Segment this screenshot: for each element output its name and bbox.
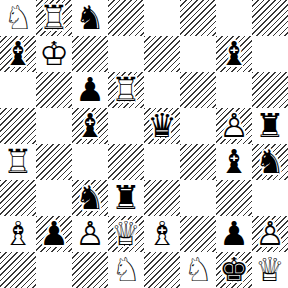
black-bishop-a7: ♝♝ [0,36,36,72]
square-b8[interactable]: ♜♖ [36,0,72,36]
white-queen-h1: ♛♕ [252,252,288,288]
piece-halo: ♝ [144,216,180,252]
square-d1[interactable]: ♞♘ [108,252,144,288]
white-knight-f1: ♞♘ [180,252,216,288]
piece-glyph: ♜ [252,108,288,144]
square-e1[interactable] [144,252,180,288]
square-g5[interactable]: ♟♙ [216,108,252,144]
piece-glyph: ♞ [252,144,288,180]
white-pawn-c2: ♟♙ [72,216,108,252]
piece-halo: ♜ [0,144,36,180]
square-h1[interactable]: ♛♕ [252,252,288,288]
square-c4[interactable] [72,144,108,180]
square-c2[interactable]: ♟♙ [72,216,108,252]
piece-glyph: ♝ [216,144,252,180]
black-knight-c3: ♞♞ [72,180,108,216]
square-e2[interactable]: ♝♗ [144,216,180,252]
square-a3[interactable] [0,180,36,216]
square-f2[interactable] [180,216,216,252]
square-g2[interactable]: ♟♟ [216,216,252,252]
piece-halo: ♝ [216,36,252,72]
square-d4[interactable] [108,144,144,180]
piece-halo: ♛ [252,252,288,288]
white-pawn-h2: ♟♙ [252,216,288,252]
square-d5[interactable] [108,108,144,144]
piece-halo: ♟ [36,216,72,252]
square-b3[interactable] [36,180,72,216]
square-d2[interactable]: ♛♕ [108,216,144,252]
black-king-g1: ♚♚ [216,252,252,288]
piece-halo: ♟ [72,216,108,252]
square-e8[interactable] [144,0,180,36]
square-b7[interactable]: ♚♔ [36,36,72,72]
piece-halo: ♚ [216,252,252,288]
black-pawn-c6: ♟♟ [72,72,108,108]
piece-glyph: ♖ [0,144,36,180]
square-h3[interactable] [252,180,288,216]
square-g4[interactable]: ♝♝ [216,144,252,180]
piece-halo: ♟ [216,108,252,144]
square-f4[interactable] [180,144,216,180]
square-h2[interactable]: ♟♙ [252,216,288,252]
piece-halo: ♛ [144,108,180,144]
square-d7[interactable] [108,36,144,72]
black-pawn-g2: ♟♟ [216,216,252,252]
square-g7[interactable]: ♝♝ [216,36,252,72]
piece-halo: ♞ [72,0,108,36]
square-c1[interactable] [72,252,108,288]
black-bishop-c5: ♝♝ [72,108,108,144]
square-a6[interactable] [0,72,36,108]
piece-halo: ♞ [0,0,36,36]
square-e5[interactable]: ♛♛ [144,108,180,144]
black-knight-h4: ♞♞ [252,144,288,180]
white-rook-b8: ♜♖ [36,0,72,36]
piece-halo: ♝ [216,144,252,180]
white-bishop-a2: ♝♗ [0,216,36,252]
black-queen-e5: ♛♛ [144,108,180,144]
square-f5[interactable] [180,108,216,144]
piece-glyph: ♙ [72,216,108,252]
square-a1[interactable] [0,252,36,288]
white-king-b7: ♚♔ [36,36,72,72]
piece-glyph: ♗ [144,216,180,252]
white-knight-d1: ♞♘ [108,252,144,288]
piece-halo: ♟ [252,216,288,252]
black-rook-h5: ♜♜ [252,108,288,144]
square-h5[interactable]: ♜♜ [252,108,288,144]
square-a7[interactable]: ♝♝ [0,36,36,72]
square-g3[interactable] [216,180,252,216]
piece-glyph: ♛ [144,108,180,144]
square-a2[interactable]: ♝♗ [0,216,36,252]
square-h7[interactable] [252,36,288,72]
piece-halo: ♛ [108,216,144,252]
square-a8[interactable]: ♞♘ [0,0,36,36]
white-knight-a8: ♞♘ [0,0,36,36]
square-f7[interactable] [180,36,216,72]
piece-glyph: ♟ [216,216,252,252]
square-b6[interactable] [36,72,72,108]
piece-glyph: ♖ [36,0,72,36]
piece-glyph: ♟ [36,216,72,252]
piece-glyph: ♞ [72,0,108,36]
piece-glyph: ♞ [72,180,108,216]
square-b1[interactable] [36,252,72,288]
piece-glyph: ♘ [180,252,216,288]
square-g8[interactable] [216,0,252,36]
piece-glyph: ♖ [108,72,144,108]
white-pawn-g5: ♟♙ [216,108,252,144]
square-c8[interactable]: ♞♞ [72,0,108,36]
square-e3[interactable] [144,180,180,216]
piece-halo: ♞ [252,144,288,180]
square-h8[interactable] [252,0,288,36]
black-rook-d3: ♜♜ [108,180,144,216]
square-h6[interactable] [252,72,288,108]
piece-glyph: ♝ [0,36,36,72]
square-g1[interactable]: ♚♚ [216,252,252,288]
piece-glyph: ♟ [72,72,108,108]
piece-halo: ♞ [72,180,108,216]
piece-halo: ♞ [108,252,144,288]
black-bishop-g7: ♝♝ [216,36,252,72]
square-f1[interactable]: ♞♘ [180,252,216,288]
piece-glyph: ♗ [0,216,36,252]
white-queen-d2: ♛♕ [108,216,144,252]
square-c3[interactable]: ♞♞ [72,180,108,216]
piece-halo: ♜ [36,0,72,36]
square-c5[interactable]: ♝♝ [72,108,108,144]
square-c6[interactable]: ♟♟ [72,72,108,108]
black-knight-c8: ♞♞ [72,0,108,36]
square-e4[interactable] [144,144,180,180]
piece-glyph: ♜ [108,180,144,216]
piece-glyph: ♔ [36,36,72,72]
piece-glyph: ♝ [216,36,252,72]
square-b2[interactable]: ♟♟ [36,216,72,252]
piece-glyph: ♕ [108,216,144,252]
piece-halo: ♟ [72,72,108,108]
piece-glyph: ♙ [252,216,288,252]
square-c7[interactable] [72,36,108,72]
square-e6[interactable] [144,72,180,108]
piece-glyph: ♘ [0,0,36,36]
piece-halo: ♜ [252,108,288,144]
square-b4[interactable] [36,144,72,180]
piece-glyph: ♝ [72,108,108,144]
white-rook-a4: ♜♖ [0,144,36,180]
white-bishop-e2: ♝♗ [144,216,180,252]
piece-halo: ♟ [216,216,252,252]
piece-glyph: ♚ [216,252,252,288]
square-f8[interactable] [180,0,216,36]
square-a4[interactable]: ♜♖ [0,144,36,180]
piece-halo: ♚ [36,36,72,72]
black-bishop-g4: ♝♝ [216,144,252,180]
piece-glyph: ♕ [252,252,288,288]
white-rook-d6: ♜♖ [108,72,144,108]
chess-board: ♞♘♜♖♞♞♝♝♚♔♝♝♟♟♜♖♝♝♛♛♟♙♜♜♜♖♝♝♞♞♞♞♜♜♝♗♟♟♟♙… [0,0,288,288]
square-h4[interactable]: ♞♞ [252,144,288,180]
piece-halo: ♜ [108,72,144,108]
square-a5[interactable] [0,108,36,144]
black-pawn-b2: ♟♟ [36,216,72,252]
piece-halo: ♝ [0,216,36,252]
piece-halo: ♝ [0,36,36,72]
square-g6[interactable] [216,72,252,108]
square-d6[interactable]: ♜♖ [108,72,144,108]
piece-halo: ♞ [180,252,216,288]
square-f3[interactable] [180,180,216,216]
square-d8[interactable] [108,0,144,36]
piece-halo: ♜ [108,180,144,216]
square-b5[interactable] [36,108,72,144]
piece-glyph: ♙ [216,108,252,144]
square-e7[interactable] [144,36,180,72]
square-d3[interactable]: ♜♜ [108,180,144,216]
square-f6[interactable] [180,72,216,108]
piece-glyph: ♘ [108,252,144,288]
piece-halo: ♝ [72,108,108,144]
